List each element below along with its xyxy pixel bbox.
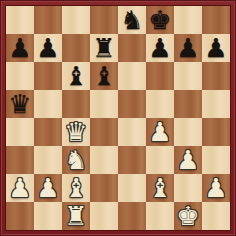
black-knight-e8[interactable]: ♞ [120,6,143,34]
square-c7[interactable] [62,34,90,62]
square-h8[interactable] [202,6,230,34]
white-pawn-g3[interactable]: ♟ [176,146,199,174]
square-d8[interactable] [90,6,118,34]
square-h3[interactable] [202,146,230,174]
white-rook-c1[interactable]: ♜ [64,202,87,230]
square-b8[interactable] [34,6,62,34]
square-g4[interactable] [174,118,202,146]
square-h7[interactable]: ♟ [202,34,230,62]
square-c1[interactable]: ♜ [62,202,90,230]
square-d5[interactable] [90,90,118,118]
square-e8[interactable]: ♞ [118,6,146,34]
square-b5[interactable] [34,90,62,118]
square-g7[interactable]: ♟ [174,34,202,62]
square-d2[interactable] [90,174,118,202]
square-g6[interactable] [174,62,202,90]
white-pawn-f4[interactable]: ♟ [148,118,171,146]
square-c4[interactable]: ♛ [62,118,90,146]
white-bishop-f2[interactable]: ♝ [148,174,171,202]
black-bishop-d6[interactable]: ♝ [92,62,115,90]
black-pawn-a7[interactable]: ♟ [8,34,31,62]
white-king-g1[interactable]: ♚ [176,202,199,230]
square-b1[interactable] [34,202,62,230]
black-queen-a5[interactable]: ♛ [8,90,31,118]
square-f1[interactable] [146,202,174,230]
white-pawn-a2[interactable]: ♟ [8,174,31,202]
square-e5[interactable] [118,90,146,118]
square-h4[interactable] [202,118,230,146]
square-g8[interactable] [174,6,202,34]
square-d4[interactable] [90,118,118,146]
white-pawn-b2[interactable]: ♟ [36,174,59,202]
square-a3[interactable] [6,146,34,174]
black-king-f8[interactable]: ♚ [148,6,171,34]
black-pawn-g7[interactable]: ♟ [176,34,199,62]
square-g3[interactable]: ♟ [174,146,202,174]
square-e2[interactable] [118,174,146,202]
white-queen-c4[interactable]: ♛ [64,118,87,146]
square-f6[interactable] [146,62,174,90]
square-b2[interactable]: ♟ [34,174,62,202]
square-a1[interactable] [6,202,34,230]
square-c3[interactable]: ♞ [62,146,90,174]
square-a2[interactable]: ♟ [6,174,34,202]
square-g5[interactable] [174,90,202,118]
square-h1[interactable] [202,202,230,230]
square-h5[interactable] [202,90,230,118]
black-bishop-c6[interactable]: ♝ [64,62,87,90]
square-c2[interactable]: ♝ [62,174,90,202]
square-b4[interactable] [34,118,62,146]
square-d6[interactable]: ♝ [90,62,118,90]
square-f4[interactable]: ♟ [146,118,174,146]
square-e6[interactable] [118,62,146,90]
square-f5[interactable] [146,90,174,118]
square-d7[interactable]: ♜ [90,34,118,62]
square-c8[interactable] [62,6,90,34]
square-f7[interactable]: ♟ [146,34,174,62]
square-f8[interactable]: ♚ [146,6,174,34]
black-rook-d7[interactable]: ♜ [92,34,115,62]
square-a4[interactable] [6,118,34,146]
square-f3[interactable] [146,146,174,174]
square-g2[interactable] [174,174,202,202]
square-h6[interactable] [202,62,230,90]
white-knight-c3[interactable]: ♞ [64,146,87,174]
square-h2[interactable]: ♟ [202,174,230,202]
square-a8[interactable] [6,6,34,34]
square-d1[interactable] [90,202,118,230]
square-e7[interactable] [118,34,146,62]
square-a7[interactable]: ♟ [6,34,34,62]
square-d3[interactable] [90,146,118,174]
black-pawn-h7[interactable]: ♟ [204,34,227,62]
square-e4[interactable] [118,118,146,146]
square-c5[interactable] [62,90,90,118]
square-b6[interactable] [34,62,62,90]
square-b7[interactable]: ♟ [34,34,62,62]
square-e1[interactable] [118,202,146,230]
black-pawn-f7[interactable]: ♟ [148,34,171,62]
square-e3[interactable] [118,146,146,174]
square-a5[interactable]: ♛ [6,90,34,118]
square-b3[interactable] [34,146,62,174]
square-f2[interactable]: ♝ [146,174,174,202]
white-bishop-c2[interactable]: ♝ [64,174,87,202]
black-pawn-b7[interactable]: ♟ [36,34,59,62]
square-c6[interactable]: ♝ [62,62,90,90]
chess-board: ♞♚♟♟♜♟♟♟♝♝♛♛♟♞♟♟♟♝♝♟♜♚ [6,6,230,230]
square-a6[interactable] [6,62,34,90]
white-pawn-h2[interactable]: ♟ [204,174,227,202]
chess-board-frame: ♞♚♟♟♜♟♟♟♝♝♛♛♟♞♟♟♟♝♝♟♜♚ [0,0,236,236]
square-g1[interactable]: ♚ [174,202,202,230]
